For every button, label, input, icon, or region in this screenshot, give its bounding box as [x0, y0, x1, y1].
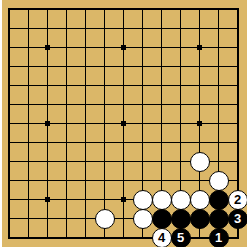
- go-board-diagram: 23451: [0, 0, 247, 247]
- board-intersection: [209, 209, 228, 228]
- stone-black: [190, 209, 210, 229]
- board-intersection: [152, 190, 171, 209]
- stone-white: [171, 190, 191, 210]
- board-intersection: [190, 190, 209, 209]
- stone-black: [209, 190, 229, 210]
- stone-black-move-3: 3: [228, 209, 248, 229]
- board-intersection: [209, 190, 228, 209]
- stone-white: [95, 209, 115, 229]
- stone-white: [133, 209, 153, 229]
- board-intersection: [190, 209, 209, 228]
- stone-white: [209, 171, 229, 191]
- board-intersection: [171, 209, 190, 228]
- board-intersection: 3: [228, 209, 247, 228]
- stone-white: [133, 190, 153, 210]
- board-intersection: [133, 209, 152, 228]
- stone-black-move-5: 5: [171, 228, 191, 247]
- board-intersection: 1: [209, 228, 228, 247]
- stone-black: [171, 209, 191, 229]
- stone-black-move-1: 1: [209, 228, 229, 247]
- board-intersection: [190, 152, 209, 171]
- board-intersection: 2: [228, 190, 247, 209]
- board-intersection: 5: [171, 228, 190, 247]
- stone-white-move-2: 2: [228, 190, 248, 210]
- stone-white: [152, 190, 172, 210]
- stone-black: [209, 209, 229, 229]
- stone-white: [190, 152, 210, 172]
- board-intersection: 4: [152, 228, 171, 247]
- board-intersection: [209, 171, 228, 190]
- left-edge-strip: [0, 0, 2, 247]
- board-intersection: [152, 209, 171, 228]
- board-intersection: [171, 190, 190, 209]
- stones-layer: 23451: [0, 0, 247, 247]
- stone-black: [152, 209, 172, 229]
- board-intersection: [133, 190, 152, 209]
- board-intersection: [95, 209, 114, 228]
- stone-white-move-4: 4: [152, 228, 172, 247]
- stone-white: [190, 190, 210, 210]
